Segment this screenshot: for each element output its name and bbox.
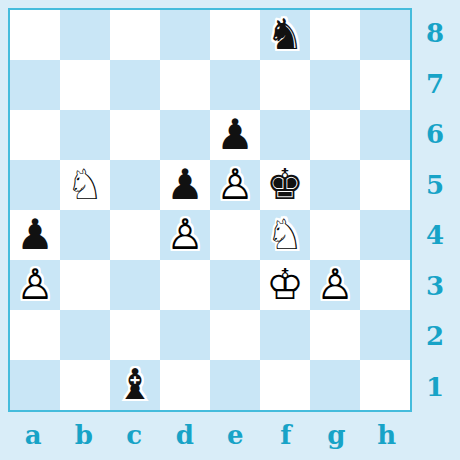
square-g4[interactable] xyxy=(310,210,360,260)
square-e4[interactable] xyxy=(210,210,260,260)
square-b4[interactable] xyxy=(60,210,110,260)
square-d5[interactable]: ♟♟ xyxy=(160,160,210,210)
square-b6[interactable] xyxy=(60,110,110,160)
square-e5[interactable]: ♟♟♙ xyxy=(210,160,260,210)
square-a2[interactable] xyxy=(10,310,60,360)
file-label-a: a xyxy=(8,410,59,460)
square-c2[interactable] xyxy=(110,310,160,360)
square-f4[interactable]: ♞♞♘ xyxy=(260,210,310,260)
file-label-d: d xyxy=(160,410,211,460)
rank-label-7: 7 xyxy=(410,59,460,110)
square-a8[interactable] xyxy=(10,10,60,60)
file-label-h: h xyxy=(362,410,413,460)
square-h2[interactable] xyxy=(360,310,410,360)
file-label-b: b xyxy=(59,410,110,460)
square-h3[interactable] xyxy=(360,260,410,310)
file-label-g: g xyxy=(311,410,362,460)
square-g6[interactable] xyxy=(310,110,360,160)
piece-white-knight-icon[interactable]: ♞♞♘ xyxy=(60,160,110,210)
square-b5[interactable]: ♞♞♘ xyxy=(60,160,110,210)
square-f8[interactable]: ♞♞ xyxy=(260,10,310,60)
square-d7[interactable] xyxy=(160,60,210,110)
square-d3[interactable] xyxy=(160,260,210,310)
square-a1[interactable] xyxy=(10,360,60,410)
square-b7[interactable] xyxy=(60,60,110,110)
square-c7[interactable] xyxy=(110,60,160,110)
piece-white-pawn-icon[interactable]: ♟♟♙ xyxy=(310,260,360,310)
file-labels: abcdefgh xyxy=(8,410,412,460)
square-b3[interactable] xyxy=(60,260,110,310)
rank-label-8: 8 xyxy=(410,8,460,59)
square-h6[interactable] xyxy=(360,110,410,160)
square-h5[interactable] xyxy=(360,160,410,210)
square-f5[interactable]: ♚♚ xyxy=(260,160,310,210)
chess-board: ♞♞♟♟♞♞♘♟♟♟♟♙♚♚♟♟♟♟♙♞♞♘♟♟♙♚♚♔♟♟♙♝♝ xyxy=(8,8,412,412)
square-d1[interactable] xyxy=(160,360,210,410)
rank-label-5: 5 xyxy=(410,160,460,211)
rank-label-6: 6 xyxy=(410,109,460,160)
square-d2[interactable] xyxy=(160,310,210,360)
square-c5[interactable] xyxy=(110,160,160,210)
file-label-c: c xyxy=(109,410,160,460)
square-h1[interactable] xyxy=(360,360,410,410)
square-d4[interactable]: ♟♟♙ xyxy=(160,210,210,260)
square-g8[interactable] xyxy=(310,10,360,60)
piece-white-pawn-icon[interactable]: ♟♟♙ xyxy=(160,210,210,260)
square-a4[interactable]: ♟♟ xyxy=(10,210,60,260)
square-c6[interactable] xyxy=(110,110,160,160)
square-c1[interactable]: ♝♝ xyxy=(110,360,160,410)
square-c8[interactable] xyxy=(110,10,160,60)
file-label-f: f xyxy=(261,410,312,460)
piece-black-pawn-icon[interactable]: ♟♟ xyxy=(10,210,60,260)
square-e3[interactable] xyxy=(210,260,260,310)
rank-labels: 87654321 xyxy=(410,8,460,412)
piece-white-king-icon[interactable]: ♚♚♔ xyxy=(260,260,310,310)
square-g3[interactable]: ♟♟♙ xyxy=(310,260,360,310)
square-e2[interactable] xyxy=(210,310,260,360)
square-g2[interactable] xyxy=(310,310,360,360)
piece-black-king-icon[interactable]: ♚♚ xyxy=(260,160,310,210)
square-h4[interactable] xyxy=(360,210,410,260)
piece-black-knight-icon[interactable]: ♞♞ xyxy=(260,10,310,60)
square-h8[interactable] xyxy=(360,10,410,60)
rank-label-1: 1 xyxy=(410,362,460,413)
piece-white-knight-icon[interactable]: ♞♞♘ xyxy=(260,210,310,260)
square-e6[interactable]: ♟♟ xyxy=(210,110,260,160)
square-f3[interactable]: ♚♚♔ xyxy=(260,260,310,310)
square-g1[interactable] xyxy=(310,360,360,410)
square-c4[interactable] xyxy=(110,210,160,260)
square-c3[interactable] xyxy=(110,260,160,310)
square-a5[interactable] xyxy=(10,160,60,210)
square-g7[interactable] xyxy=(310,60,360,110)
square-h7[interactable] xyxy=(360,60,410,110)
square-a3[interactable]: ♟♟♙ xyxy=(10,260,60,310)
rank-label-2: 2 xyxy=(410,311,460,362)
square-d6[interactable] xyxy=(160,110,210,160)
piece-white-pawn-icon[interactable]: ♟♟♙ xyxy=(210,160,260,210)
square-d8[interactable] xyxy=(160,10,210,60)
piece-black-bishop-icon[interactable]: ♝♝ xyxy=(110,360,160,410)
square-f1[interactable] xyxy=(260,360,310,410)
square-b2[interactable] xyxy=(60,310,110,360)
rank-label-3: 3 xyxy=(410,261,460,312)
square-e7[interactable] xyxy=(210,60,260,110)
piece-black-pawn-icon[interactable]: ♟♟ xyxy=(160,160,210,210)
square-g5[interactable] xyxy=(310,160,360,210)
square-b8[interactable] xyxy=(60,10,110,60)
file-label-e: e xyxy=(210,410,261,460)
square-e1[interactable] xyxy=(210,360,260,410)
chess-diagram-page: { "game": "chess", "position": { "fen": … xyxy=(0,0,460,460)
square-b1[interactable] xyxy=(60,360,110,410)
square-f7[interactable] xyxy=(260,60,310,110)
square-a6[interactable] xyxy=(10,110,60,160)
square-a7[interactable] xyxy=(10,60,60,110)
square-f2[interactable] xyxy=(260,310,310,360)
piece-white-pawn-icon[interactable]: ♟♟♙ xyxy=(10,260,60,310)
square-f6[interactable] xyxy=(260,110,310,160)
piece-black-pawn-icon[interactable]: ♟♟ xyxy=(210,110,260,160)
square-e8[interactable] xyxy=(210,10,260,60)
rank-label-4: 4 xyxy=(410,210,460,261)
